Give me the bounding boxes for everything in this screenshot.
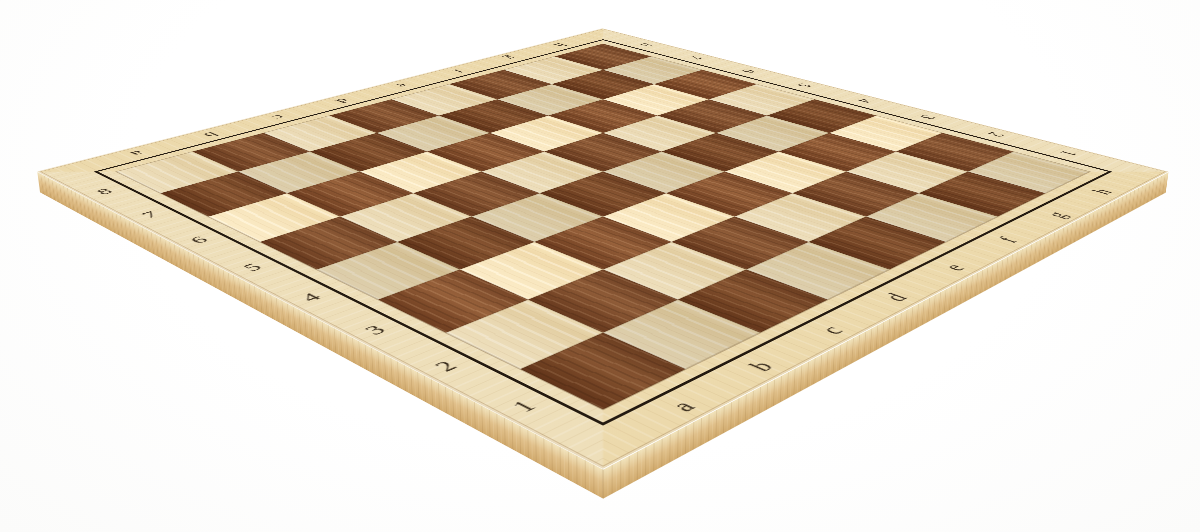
- file-label-c-near: c: [815, 323, 847, 336]
- file-label-g-near: g: [1042, 210, 1071, 220]
- file-label-h-far: h: [551, 42, 570, 47]
- file-label-d-far: d: [332, 97, 352, 103]
- file-label-b-far: b: [200, 131, 221, 138]
- rank-label-1-far: 1: [1056, 149, 1082, 157]
- coordinate-labels: aabbccddeeffgghh1122334455667788: [37, 28, 1168, 469]
- rank-label-3-far: 3: [916, 114, 939, 121]
- board-top-face: aabbccddeeffgghh1122334455667788: [37, 28, 1168, 469]
- rank-label-5-far: 5: [793, 82, 814, 88]
- file-label-a-far: a: [127, 149, 147, 157]
- file-label-g-far: g: [501, 55, 520, 60]
- photo-background: aabbccddeeffgghh1122334455667788: [0, 0, 1200, 532]
- file-label-b-near: b: [744, 358, 778, 373]
- rank-label-8-far: 8: [637, 42, 656, 47]
- file-label-a-near: a: [666, 398, 700, 414]
- rank-label-7-far: 7: [686, 55, 706, 60]
- rank-label-1-near: 1: [506, 398, 540, 415]
- chessboard: aabbccddeeffgghh1122334455667788: [37, 29, 1168, 470]
- rank-label-5-near: 5: [239, 261, 266, 272]
- rank-label-6-near: 6: [186, 235, 211, 246]
- rank-label-4-far: 4: [853, 97, 875, 103]
- file-label-f-far: f: [449, 69, 466, 74]
- file-label-e-near: e: [939, 262, 969, 273]
- file-label-d-near: d: [880, 291, 912, 304]
- rank-label-4-near: 4: [297, 291, 325, 304]
- rank-label-6-far: 6: [738, 68, 759, 74]
- file-label-e-far: e: [392, 82, 411, 88]
- rank-label-8-near: 8: [93, 187, 116, 196]
- rank-label-2-far: 2: [983, 131, 1008, 138]
- rank-label-2-near: 2: [429, 358, 461, 373]
- rank-label-3-near: 3: [360, 323, 390, 337]
- file-label-h-near: h: [1088, 187, 1116, 196]
- rank-label-7-near: 7: [138, 210, 162, 220]
- file-label-f-near: f: [994, 235, 1021, 244]
- file-label-c-far: c: [269, 114, 289, 121]
